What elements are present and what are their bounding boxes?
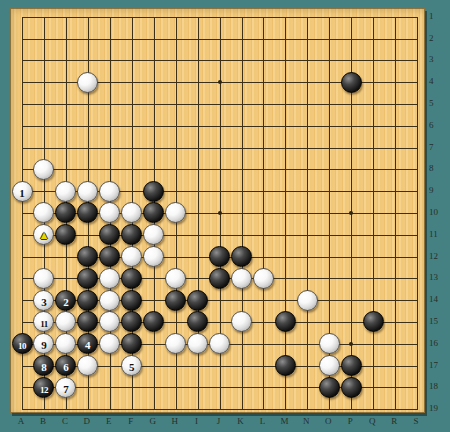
- white-stone[interactable]: [231, 311, 252, 332]
- black-stone[interactable]: [77, 311, 98, 332]
- white-stone[interactable]: [121, 202, 142, 223]
- star-point: [218, 211, 222, 215]
- column-label-J: J: [212, 416, 226, 426]
- row-label-12: 12: [429, 251, 449, 261]
- column-label-S: S: [409, 416, 423, 426]
- grid-line-horizontal: [22, 235, 418, 236]
- row-label-13: 13: [429, 272, 449, 282]
- black-stone[interactable]: [77, 268, 98, 289]
- column-label-O: O: [321, 416, 335, 426]
- black-stone-A16[interactable]: 10: [12, 333, 33, 354]
- row-label-7: 7: [429, 142, 449, 152]
- black-stone[interactable]: [99, 224, 120, 245]
- move-number-label: 5: [129, 361, 135, 373]
- column-label-A: A: [14, 416, 28, 426]
- black-stone[interactable]: [319, 377, 340, 398]
- black-stone[interactable]: [55, 224, 76, 245]
- move-number-label: 3: [41, 296, 47, 308]
- column-label-K: K: [234, 416, 248, 426]
- white-stone[interactable]: [165, 268, 186, 289]
- black-stone[interactable]: [275, 355, 296, 376]
- grid-line-vertical: [417, 17, 418, 409]
- black-stone[interactable]: [143, 311, 164, 332]
- black-stone[interactable]: [187, 311, 208, 332]
- black-stone[interactable]: [341, 72, 362, 93]
- white-stone[interactable]: [99, 290, 120, 311]
- row-label-14: 14: [429, 294, 449, 304]
- white-stone[interactable]: [165, 333, 186, 354]
- row-label-17: 17: [429, 360, 449, 370]
- black-stone[interactable]: [165, 290, 186, 311]
- grid-line-vertical: [307, 17, 308, 409]
- black-stone[interactable]: [77, 246, 98, 267]
- black-stone[interactable]: [121, 290, 142, 311]
- black-stone[interactable]: [121, 224, 142, 245]
- row-label-6: 6: [429, 120, 449, 130]
- white-stone[interactable]: [99, 181, 120, 202]
- white-stone[interactable]: [33, 159, 54, 180]
- white-stone[interactable]: [77, 355, 98, 376]
- row-label-16: 16: [429, 338, 449, 348]
- column-label-N: N: [299, 416, 313, 426]
- white-stone[interactable]: [231, 268, 252, 289]
- white-stone[interactable]: [77, 181, 98, 202]
- white-stone[interactable]: [143, 246, 164, 267]
- white-stone[interactable]: [33, 202, 54, 223]
- black-stone[interactable]: [77, 290, 98, 311]
- move-number-label: 2: [63, 296, 69, 308]
- white-stone[interactable]: [99, 333, 120, 354]
- white-stone[interactable]: [209, 333, 230, 354]
- white-stone[interactable]: [55, 311, 76, 332]
- black-stone[interactable]: [99, 246, 120, 267]
- column-label-G: G: [146, 416, 160, 426]
- move-number-label: 8: [41, 361, 47, 373]
- black-stone[interactable]: [77, 202, 98, 223]
- move-number-label: 10: [18, 341, 26, 351]
- grid-line-vertical: [285, 17, 286, 409]
- white-stone[interactable]: [297, 290, 318, 311]
- white-stone[interactable]: [99, 268, 120, 289]
- column-label-E: E: [102, 416, 116, 426]
- black-stone[interactable]: [143, 181, 164, 202]
- black-stone[interactable]: [121, 333, 142, 354]
- row-label-19: 19: [429, 403, 449, 413]
- grid-line-vertical: [242, 17, 243, 409]
- black-stone[interactable]: [363, 311, 384, 332]
- white-stone-B16[interactable]: 9: [33, 333, 54, 354]
- white-stone-B11[interactable]: ▲: [33, 224, 54, 245]
- black-stone-B18[interactable]: 12: [33, 377, 54, 398]
- white-stone[interactable]: [55, 181, 76, 202]
- black-stone[interactable]: [209, 268, 230, 289]
- column-label-P: P: [343, 416, 357, 426]
- black-stone[interactable]: [231, 246, 252, 267]
- grid-line-vertical: [263, 17, 264, 409]
- white-stone-C18[interactable]: 7: [55, 377, 76, 398]
- move-number-label: 4: [85, 339, 91, 351]
- white-stone[interactable]: [99, 202, 120, 223]
- column-label-B: B: [36, 416, 50, 426]
- star-point: [349, 342, 353, 346]
- row-label-9: 9: [429, 185, 449, 195]
- move-number-label: 1: [19, 187, 25, 199]
- move-number-label: 11: [40, 319, 48, 329]
- row-label-18: 18: [429, 381, 449, 391]
- black-stone-B17[interactable]: 8: [33, 355, 54, 376]
- column-label-L: L: [255, 416, 269, 426]
- white-stone[interactable]: [77, 72, 98, 93]
- white-stone-B15[interactable]: 11: [33, 311, 54, 332]
- move-number-label: 9: [41, 339, 47, 351]
- white-stone[interactable]: [99, 311, 120, 332]
- column-label-Q: Q: [365, 416, 379, 426]
- black-stone-C17[interactable]: 6: [55, 355, 76, 376]
- black-stone[interactable]: [121, 268, 142, 289]
- black-stone[interactable]: [341, 355, 362, 376]
- white-stone[interactable]: [165, 202, 186, 223]
- white-stone[interactable]: [187, 333, 208, 354]
- column-label-F: F: [124, 416, 138, 426]
- black-stone[interactable]: [209, 246, 230, 267]
- star-point: [349, 211, 353, 215]
- move-number-label: 12: [40, 385, 48, 395]
- grid-line-horizontal: [22, 409, 418, 410]
- column-label-D: D: [80, 416, 94, 426]
- move-number-label: 6: [63, 361, 69, 373]
- white-stone[interactable]: [319, 355, 340, 376]
- row-label-5: 5: [429, 98, 449, 108]
- white-stone[interactable]: [33, 268, 54, 289]
- grid-line-vertical: [373, 17, 374, 409]
- row-label-2: 2: [429, 33, 449, 43]
- row-label-1: 1: [429, 11, 449, 21]
- column-label-C: C: [58, 416, 72, 426]
- triangle-marker-icon: ▲: [34, 226, 53, 245]
- row-label-15: 15: [429, 316, 449, 326]
- column-label-R: R: [387, 416, 401, 426]
- black-stone[interactable]: [187, 290, 208, 311]
- go-diagram: 1▲32111094865127 ABCDEFGHIJKLMNOPQRS1234…: [0, 0, 450, 432]
- row-label-4: 4: [429, 76, 449, 86]
- black-stone[interactable]: [55, 202, 76, 223]
- black-stone[interactable]: [121, 311, 142, 332]
- black-stone-D16[interactable]: 4: [77, 333, 98, 354]
- black-stone-C14[interactable]: 2: [55, 290, 76, 311]
- black-stone[interactable]: [275, 311, 296, 332]
- black-stone[interactable]: [341, 377, 362, 398]
- row-label-8: 8: [429, 163, 449, 173]
- black-stone[interactable]: [143, 202, 164, 223]
- column-label-H: H: [168, 416, 182, 426]
- white-stone-A9[interactable]: 1: [12, 181, 33, 202]
- column-label-I: I: [190, 416, 204, 426]
- go-board[interactable]: 1▲32111094865127: [10, 8, 425, 413]
- star-point: [218, 80, 222, 84]
- white-stone[interactable]: [121, 246, 142, 267]
- white-stone-B14[interactable]: 3: [33, 290, 54, 311]
- column-label-M: M: [277, 416, 291, 426]
- white-stone[interactable]: [55, 333, 76, 354]
- white-stone[interactable]: [253, 268, 274, 289]
- row-label-11: 11: [429, 229, 449, 239]
- white-stone[interactable]: [319, 333, 340, 354]
- row-label-3: 3: [429, 54, 449, 64]
- row-label-10: 10: [429, 207, 449, 217]
- move-number-label: 7: [63, 383, 69, 395]
- grid-line-vertical: [395, 17, 396, 409]
- white-stone[interactable]: [143, 224, 164, 245]
- white-stone-F17[interactable]: 5: [121, 355, 142, 376]
